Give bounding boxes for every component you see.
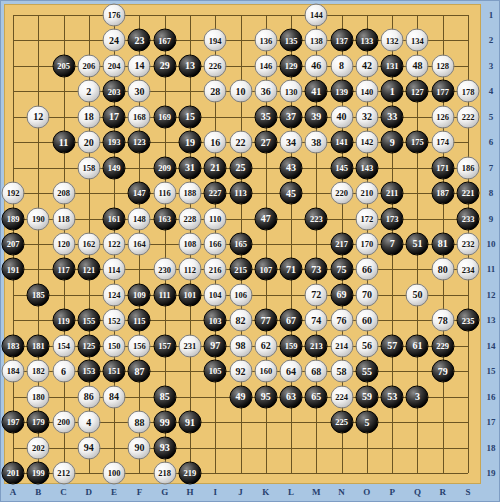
stone-59[interactable]: 59 xyxy=(355,385,378,408)
stone-68[interactable]: 68 xyxy=(305,360,328,383)
stone-24[interactable]: 24 xyxy=(103,29,126,52)
stone-107[interactable]: 107 xyxy=(254,258,277,281)
row-label-4: 4 xyxy=(489,86,494,96)
stone-95[interactable]: 95 xyxy=(254,385,277,408)
stone-104[interactable]: 104 xyxy=(204,283,227,306)
stone-179[interactable]: 179 xyxy=(27,411,50,434)
stone-191[interactable]: 191 xyxy=(2,258,25,281)
row-label-1: 1 xyxy=(489,10,494,20)
stone-178[interactable]: 178 xyxy=(457,80,480,103)
stone-70[interactable]: 70 xyxy=(355,283,378,306)
stone-187[interactable]: 187 xyxy=(431,182,454,205)
stone-149[interactable]: 149 xyxy=(103,156,126,179)
stone-157[interactable]: 157 xyxy=(153,334,176,357)
row-label-14: 14 xyxy=(487,341,496,351)
stone-117[interactable]: 117 xyxy=(52,258,75,281)
stone-153[interactable]: 153 xyxy=(77,360,100,383)
col-label-D: D xyxy=(86,487,93,497)
stone-182[interactable]: 182 xyxy=(27,360,50,383)
stone-171[interactable]: 171 xyxy=(431,156,454,179)
stone-114[interactable]: 114 xyxy=(103,258,126,281)
col-label-E: E xyxy=(111,487,117,497)
stone-194[interactable]: 194 xyxy=(204,29,227,52)
stone-136[interactable]: 136 xyxy=(254,29,277,52)
stone-17[interactable]: 17 xyxy=(103,105,126,128)
stone-166[interactable]: 166 xyxy=(204,232,227,255)
stone-28[interactable]: 28 xyxy=(204,80,227,103)
stone-69[interactable]: 69 xyxy=(330,283,353,306)
row-label-18: 18 xyxy=(487,443,496,453)
row-label-16: 16 xyxy=(487,392,496,402)
stone-4[interactable]: 4 xyxy=(77,411,100,434)
stone-90[interactable]: 90 xyxy=(128,436,151,459)
stone-39[interactable]: 39 xyxy=(305,105,328,128)
stone-154[interactable]: 154 xyxy=(52,334,75,357)
stone-224[interactable]: 224 xyxy=(330,385,353,408)
stone-5[interactable]: 5 xyxy=(355,411,378,434)
stone-27[interactable]: 27 xyxy=(254,131,277,154)
col-label-O: O xyxy=(363,487,370,497)
stone-23[interactable]: 23 xyxy=(128,29,151,52)
stone-158[interactable]: 158 xyxy=(77,156,100,179)
stone-203[interactable]: 203 xyxy=(103,80,126,103)
col-label-H: H xyxy=(186,487,193,497)
stone-76[interactable]: 76 xyxy=(330,309,353,332)
stone-60[interactable]: 60 xyxy=(355,309,378,332)
stone-167[interactable]: 167 xyxy=(153,29,176,52)
stone-116[interactable]: 116 xyxy=(153,182,176,205)
stone-132[interactable]: 132 xyxy=(381,29,404,52)
stone-99[interactable]: 99 xyxy=(153,411,176,434)
stone-98[interactable]: 98 xyxy=(229,334,252,357)
stone-64[interactable]: 64 xyxy=(280,360,303,383)
stone-58[interactable]: 58 xyxy=(330,360,353,383)
col-label-J: J xyxy=(238,487,243,497)
stone-137[interactable]: 137 xyxy=(330,29,353,52)
stone-85[interactable]: 85 xyxy=(153,385,176,408)
stone-13[interactable]: 13 xyxy=(178,54,201,77)
stone-190[interactable]: 190 xyxy=(27,207,50,230)
stone-63[interactable]: 63 xyxy=(280,385,303,408)
stone-101[interactable]: 101 xyxy=(178,283,201,306)
stone-36[interactable]: 36 xyxy=(254,80,277,103)
stone-11[interactable]: 11 xyxy=(52,131,75,154)
row-label-12: 12 xyxy=(487,290,496,300)
stone-91[interactable]: 91 xyxy=(178,411,201,434)
stone-31[interactable]: 31 xyxy=(178,156,201,179)
col-label-I: I xyxy=(213,487,217,497)
stone-129[interactable]: 129 xyxy=(280,54,303,77)
stone-82[interactable]: 82 xyxy=(229,309,252,332)
stone-230[interactable]: 230 xyxy=(153,258,176,281)
stone-20[interactable]: 20 xyxy=(77,131,100,154)
stone-216[interactable]: 216 xyxy=(204,258,227,281)
stone-84[interactable]: 84 xyxy=(103,385,126,408)
stone-41[interactable]: 41 xyxy=(305,80,328,103)
stone-131[interactable]: 131 xyxy=(381,54,404,77)
stone-12[interactable]: 12 xyxy=(27,105,50,128)
stone-112[interactable]: 112 xyxy=(178,258,201,281)
stone-113[interactable]: 113 xyxy=(229,182,252,205)
stone-35[interactable]: 35 xyxy=(254,105,277,128)
col-label-R: R xyxy=(439,487,446,497)
stone-49[interactable]: 49 xyxy=(229,385,252,408)
stone-134[interactable]: 134 xyxy=(406,29,429,52)
stone-40[interactable]: 40 xyxy=(330,105,353,128)
stone-200[interactable]: 200 xyxy=(52,411,75,434)
stone-119[interactable]: 119 xyxy=(52,309,75,332)
stone-181[interactable]: 181 xyxy=(27,334,50,357)
stone-78[interactable]: 78 xyxy=(431,309,454,332)
stone-56[interactable]: 56 xyxy=(355,334,378,357)
stone-140[interactable]: 140 xyxy=(355,80,378,103)
stone-162[interactable]: 162 xyxy=(77,232,100,255)
stone-212[interactable]: 212 xyxy=(52,461,75,484)
stone-51[interactable]: 51 xyxy=(406,232,429,255)
row-label-17: 17 xyxy=(487,417,496,427)
row-label-6: 6 xyxy=(489,137,494,147)
stone-128[interactable]: 128 xyxy=(431,54,454,77)
stone-6[interactable]: 6 xyxy=(52,360,75,383)
stone-184[interactable]: 184 xyxy=(2,360,25,383)
stone-234[interactable]: 234 xyxy=(457,258,480,281)
stone-45[interactable]: 45 xyxy=(280,182,303,205)
stone-22[interactable]: 22 xyxy=(229,131,252,154)
stone-227[interactable]: 227 xyxy=(204,182,227,205)
row-label-19: 19 xyxy=(487,468,496,478)
stone-73[interactable]: 73 xyxy=(305,258,328,281)
stone-139[interactable]: 139 xyxy=(330,80,353,103)
stone-133[interactable]: 133 xyxy=(355,29,378,52)
stone-75[interactable]: 75 xyxy=(330,258,353,281)
stone-221[interactable]: 221 xyxy=(457,182,480,205)
stone-74[interactable]: 74 xyxy=(305,309,328,332)
stone-160[interactable]: 160 xyxy=(254,360,277,383)
stone-21[interactable]: 21 xyxy=(204,156,227,179)
stone-47[interactable]: 47 xyxy=(254,207,277,230)
stone-9[interactable]: 9 xyxy=(381,131,404,154)
stone-19[interactable]: 19 xyxy=(178,131,201,154)
stone-169[interactable]: 169 xyxy=(153,105,176,128)
row-label-5: 5 xyxy=(489,112,494,122)
stone-202[interactable]: 202 xyxy=(27,436,50,459)
stone-66[interactable]: 66 xyxy=(355,258,378,281)
stone-14[interactable]: 14 xyxy=(128,54,151,77)
stone-81[interactable]: 81 xyxy=(431,232,454,255)
stone-144[interactable]: 144 xyxy=(305,4,328,27)
stone-86[interactable]: 86 xyxy=(77,385,100,408)
stone-93[interactable]: 93 xyxy=(153,436,176,459)
col-label-A: A xyxy=(10,487,17,497)
stone-15[interactable]: 15 xyxy=(178,105,201,128)
stone-170[interactable]: 170 xyxy=(355,232,378,255)
stone-213[interactable]: 213 xyxy=(305,334,328,357)
col-label-K: K xyxy=(262,487,269,497)
stone-71[interactable]: 71 xyxy=(280,258,303,281)
stone-92[interactable]: 92 xyxy=(229,360,252,383)
stone-48[interactable]: 48 xyxy=(406,54,429,77)
stone-120[interactable]: 120 xyxy=(52,232,75,255)
stone-115[interactable]: 115 xyxy=(128,309,151,332)
stone-199[interactable]: 199 xyxy=(27,461,50,484)
stone-168[interactable]: 168 xyxy=(128,105,151,128)
stone-57[interactable]: 57 xyxy=(381,334,404,357)
stone-125[interactable]: 125 xyxy=(77,334,100,357)
stone-155[interactable]: 155 xyxy=(77,309,100,332)
stone-233[interactable]: 233 xyxy=(457,207,480,230)
col-label-Q: Q xyxy=(414,487,421,497)
stone-65[interactable]: 65 xyxy=(305,385,328,408)
stone-176[interactable]: 176 xyxy=(103,4,126,27)
stone-232[interactable]: 232 xyxy=(457,232,480,255)
go-board[interactable]: 1761442423167194136135138137133132134205… xyxy=(4,4,481,484)
stone-193[interactable]: 193 xyxy=(103,131,126,154)
stone-159[interactable]: 159 xyxy=(280,334,303,357)
stone-211[interactable]: 211 xyxy=(381,182,404,205)
stone-174[interactable]: 174 xyxy=(431,131,454,154)
stone-186[interactable]: 186 xyxy=(457,156,480,179)
stone-210[interactable]: 210 xyxy=(355,182,378,205)
stone-42[interactable]: 42 xyxy=(355,54,378,77)
stone-188[interactable]: 188 xyxy=(178,182,201,205)
stone-207[interactable]: 207 xyxy=(2,232,25,255)
stone-121[interactable]: 121 xyxy=(77,258,100,281)
stone-156[interactable]: 156 xyxy=(128,334,151,357)
stone-183[interactable]: 183 xyxy=(2,334,25,357)
stone-177[interactable]: 177 xyxy=(431,80,454,103)
stone-220[interactable]: 220 xyxy=(330,182,353,205)
stone-192[interactable]: 192 xyxy=(2,182,25,205)
stone-143[interactable]: 143 xyxy=(355,156,378,179)
stone-161[interactable]: 161 xyxy=(103,207,126,230)
stone-29[interactable]: 29 xyxy=(153,54,176,77)
stone-173[interactable]: 173 xyxy=(381,207,404,230)
stone-61[interactable]: 61 xyxy=(406,334,429,357)
grid-line-horizontal xyxy=(13,473,468,474)
stone-165[interactable]: 165 xyxy=(229,232,252,255)
stone-72[interactable]: 72 xyxy=(305,283,328,306)
stone-37[interactable]: 37 xyxy=(280,105,303,128)
stone-109[interactable]: 109 xyxy=(128,283,151,306)
stone-2[interactable]: 2 xyxy=(77,80,100,103)
col-label-P: P xyxy=(389,487,395,497)
stone-150[interactable]: 150 xyxy=(103,334,126,357)
stone-222[interactable]: 222 xyxy=(457,105,480,128)
row-label-10: 10 xyxy=(487,239,496,249)
stone-16[interactable]: 16 xyxy=(204,131,227,154)
stone-103[interactable]: 103 xyxy=(204,309,227,332)
stone-185[interactable]: 185 xyxy=(27,283,50,306)
stone-1[interactable]: 1 xyxy=(381,80,404,103)
stone-97[interactable]: 97 xyxy=(204,334,227,357)
stone-110[interactable]: 110 xyxy=(204,207,227,230)
stone-146[interactable]: 146 xyxy=(254,54,277,77)
col-label-B: B xyxy=(35,487,41,497)
row-label-15: 15 xyxy=(487,366,496,376)
stone-141[interactable]: 141 xyxy=(330,131,353,154)
stone-33[interactable]: 33 xyxy=(381,105,404,128)
col-label-L: L xyxy=(288,487,294,497)
stone-229[interactable]: 229 xyxy=(431,334,454,357)
stone-67[interactable]: 67 xyxy=(280,309,303,332)
col-label-M: M xyxy=(312,487,321,497)
stone-206[interactable]: 206 xyxy=(77,54,100,77)
stone-127[interactable]: 127 xyxy=(406,80,429,103)
stone-197[interactable]: 197 xyxy=(2,411,25,434)
stone-205[interactable]: 205 xyxy=(52,54,75,77)
stone-7[interactable]: 7 xyxy=(381,232,404,255)
stone-189[interactable]: 189 xyxy=(2,207,25,230)
stone-147[interactable]: 147 xyxy=(128,182,151,205)
stone-148[interactable]: 148 xyxy=(128,207,151,230)
stone-94[interactable]: 94 xyxy=(77,436,100,459)
stone-108[interactable]: 108 xyxy=(178,232,201,255)
stone-135[interactable]: 135 xyxy=(280,29,303,52)
stone-225[interactable]: 225 xyxy=(330,411,353,434)
stone-175[interactable]: 175 xyxy=(406,131,429,154)
stone-204[interactable]: 204 xyxy=(103,54,126,77)
stone-228[interactable]: 228 xyxy=(178,207,201,230)
stone-164[interactable]: 164 xyxy=(128,232,151,255)
stone-100[interactable]: 100 xyxy=(103,461,126,484)
stone-106[interactable]: 106 xyxy=(229,283,252,306)
stone-118[interactable]: 118 xyxy=(52,207,75,230)
stone-32[interactable]: 32 xyxy=(355,105,378,128)
stone-25[interactable]: 25 xyxy=(229,156,252,179)
stone-219[interactable]: 219 xyxy=(178,461,201,484)
stone-87[interactable]: 87 xyxy=(128,360,151,383)
row-label-3: 3 xyxy=(489,61,494,71)
stone-142[interactable]: 142 xyxy=(355,131,378,154)
stone-105[interactable]: 105 xyxy=(204,360,227,383)
stone-223[interactable]: 223 xyxy=(305,207,328,230)
stone-3[interactable]: 3 xyxy=(406,385,429,408)
stone-50[interactable]: 50 xyxy=(406,283,429,306)
stone-209[interactable]: 209 xyxy=(153,156,176,179)
row-label-7: 7 xyxy=(489,163,494,173)
stone-145[interactable]: 145 xyxy=(330,156,353,179)
stone-124[interactable]: 124 xyxy=(103,283,126,306)
row-label-8: 8 xyxy=(489,188,494,198)
row-label-13: 13 xyxy=(487,315,496,325)
stone-180[interactable]: 180 xyxy=(27,385,50,408)
stone-88[interactable]: 88 xyxy=(128,411,151,434)
stone-18[interactable]: 18 xyxy=(77,105,100,128)
stone-130[interactable]: 130 xyxy=(280,80,303,103)
stone-231[interactable]: 231 xyxy=(178,334,201,357)
stone-152[interactable]: 152 xyxy=(103,309,126,332)
go-board-app: 1761442423167194136135138137133132134205… xyxy=(0,0,500,502)
stone-235[interactable]: 235 xyxy=(457,309,480,332)
col-label-F: F xyxy=(137,487,143,497)
stone-138[interactable]: 138 xyxy=(305,29,328,52)
stone-151[interactable]: 151 xyxy=(103,360,126,383)
col-label-C: C xyxy=(60,487,67,497)
stone-38[interactable]: 38 xyxy=(305,131,328,154)
row-label-11: 11 xyxy=(487,264,496,274)
col-label-N: N xyxy=(338,487,345,497)
stone-123[interactable]: 123 xyxy=(128,131,151,154)
stone-201[interactable]: 201 xyxy=(2,461,25,484)
stone-208[interactable]: 208 xyxy=(52,182,75,205)
stone-34[interactable]: 34 xyxy=(280,131,303,154)
stone-163[interactable]: 163 xyxy=(153,207,176,230)
stone-217[interactable]: 217 xyxy=(330,232,353,255)
stone-218[interactable]: 218 xyxy=(153,461,176,484)
stone-80[interactable]: 80 xyxy=(431,258,454,281)
stone-126[interactable]: 126 xyxy=(431,105,454,128)
row-label-2: 2 xyxy=(489,35,494,45)
stone-55[interactable]: 55 xyxy=(355,360,378,383)
stone-53[interactable]: 53 xyxy=(381,385,404,408)
stone-77[interactable]: 77 xyxy=(254,309,277,332)
stone-30[interactable]: 30 xyxy=(128,80,151,103)
stone-10[interactable]: 10 xyxy=(229,80,252,103)
col-label-S: S xyxy=(465,487,470,497)
row-label-9: 9 xyxy=(489,214,494,224)
stone-43[interactable]: 43 xyxy=(280,156,303,179)
stone-111[interactable]: 111 xyxy=(153,283,176,306)
stone-8[interactable]: 8 xyxy=(330,54,353,77)
stone-122[interactable]: 122 xyxy=(103,232,126,255)
stone-226[interactable]: 226 xyxy=(204,54,227,77)
stone-214[interactable]: 214 xyxy=(330,334,353,357)
col-label-G: G xyxy=(161,487,168,497)
stone-46[interactable]: 46 xyxy=(305,54,328,77)
stone-79[interactable]: 79 xyxy=(431,360,454,383)
stone-172[interactable]: 172 xyxy=(355,207,378,230)
stone-62[interactable]: 62 xyxy=(254,334,277,357)
stone-215[interactable]: 215 xyxy=(229,258,252,281)
